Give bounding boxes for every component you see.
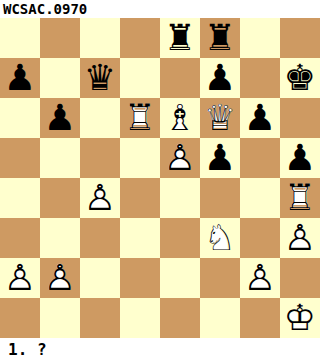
black-rook: ♜: [200, 18, 240, 58]
square-b6[interactable]: ♟: [40, 98, 80, 138]
square-a1[interactable]: [0, 298, 40, 338]
square-b5[interactable]: [40, 138, 80, 178]
black-pawn-icon: ♟: [200, 58, 240, 98]
white-king: ♚♔: [280, 298, 320, 338]
square-g3[interactable]: [240, 218, 280, 258]
square-e1[interactable]: [160, 298, 200, 338]
square-e6[interactable]: ♝♗: [160, 98, 200, 138]
black-queen: ♛: [80, 58, 120, 98]
square-d1[interactable]: [120, 298, 160, 338]
black-pawn-icon: ♟: [0, 58, 40, 98]
square-d4[interactable]: [120, 178, 160, 218]
square-a7[interactable]: ♟: [0, 58, 40, 98]
square-b1[interactable]: [40, 298, 80, 338]
black-queen-icon: ♛: [80, 58, 120, 98]
square-c4[interactable]: ♟♙: [80, 178, 120, 218]
square-a5[interactable]: [0, 138, 40, 178]
square-h6[interactable]: [280, 98, 320, 138]
chess-board: ♜♜♟♛♟♚♟♜♖♝♗♛♕♟♟♙♟♟♟♙♜♖♞♘♟♙♟♙♟♙♟♙♚♔: [0, 18, 320, 338]
black-rook: ♜: [160, 18, 200, 58]
square-e3[interactable]: [160, 218, 200, 258]
square-a3[interactable]: [0, 218, 40, 258]
square-c7[interactable]: ♛: [80, 58, 120, 98]
square-f8[interactable]: ♜: [200, 18, 240, 58]
black-pawn-icon: ♟: [40, 98, 80, 138]
square-c5[interactable]: [80, 138, 120, 178]
white-pawn-icon: ♙: [280, 218, 320, 258]
square-h3[interactable]: ♟♙: [280, 218, 320, 258]
square-g7[interactable]: [240, 58, 280, 98]
white-rook-icon: ♖: [280, 178, 320, 218]
white-bishop-icon: ♗: [160, 98, 200, 138]
puzzle-id-title: WCSAC.0970: [3, 1, 87, 17]
white-pawn: ♟♙: [0, 258, 40, 298]
white-rook-icon: ♖: [120, 98, 160, 138]
square-d3[interactable]: [120, 218, 160, 258]
square-h5[interactable]: ♟: [280, 138, 320, 178]
white-pawn: ♟♙: [240, 258, 280, 298]
header-bar: WCSAC.0970: [0, 0, 320, 18]
square-f3[interactable]: ♞♘: [200, 218, 240, 258]
white-pawn: ♟♙: [80, 178, 120, 218]
square-c1[interactable]: [80, 298, 120, 338]
square-f5[interactable]: ♟: [200, 138, 240, 178]
square-e5[interactable]: ♟♙: [160, 138, 200, 178]
black-rook-icon: ♜: [160, 18, 200, 58]
square-c8[interactable]: [80, 18, 120, 58]
black-pawn: ♟: [240, 98, 280, 138]
square-h7[interactable]: ♚: [280, 58, 320, 98]
square-e8[interactable]: ♜: [160, 18, 200, 58]
square-g6[interactable]: ♟: [240, 98, 280, 138]
white-pawn-icon: ♙: [0, 258, 40, 298]
square-e2[interactable]: [160, 258, 200, 298]
square-g5[interactable]: [240, 138, 280, 178]
square-c6[interactable]: [80, 98, 120, 138]
square-c3[interactable]: [80, 218, 120, 258]
white-pawn: ♟♙: [160, 138, 200, 178]
white-rook: ♜♖: [280, 178, 320, 218]
black-king-icon: ♚: [280, 58, 320, 98]
move-prompt: 1. ?: [8, 340, 47, 359]
square-d7[interactable]: [120, 58, 160, 98]
black-pawn: ♟: [200, 138, 240, 178]
square-g2[interactable]: ♟♙: [240, 258, 280, 298]
white-bishop: ♝♗: [160, 98, 200, 138]
white-pawn: ♟♙: [40, 258, 80, 298]
black-pawn: ♟: [0, 58, 40, 98]
square-a4[interactable]: [0, 178, 40, 218]
square-f2[interactable]: [200, 258, 240, 298]
footer-bar: 1. ?: [0, 338, 320, 360]
square-b2[interactable]: ♟♙: [40, 258, 80, 298]
white-pawn-icon: ♙: [40, 258, 80, 298]
square-f6[interactable]: ♛♕: [200, 98, 240, 138]
square-e4[interactable]: [160, 178, 200, 218]
square-g8[interactable]: [240, 18, 280, 58]
square-g4[interactable]: [240, 178, 280, 218]
white-rook: ♜♖: [120, 98, 160, 138]
square-b4[interactable]: [40, 178, 80, 218]
square-h2[interactable]: [280, 258, 320, 298]
square-c2[interactable]: [80, 258, 120, 298]
square-f7[interactable]: ♟: [200, 58, 240, 98]
square-h4[interactable]: ♜♖: [280, 178, 320, 218]
white-pawn-icon: ♙: [160, 138, 200, 178]
square-f1[interactable]: [200, 298, 240, 338]
black-pawn: ♟: [40, 98, 80, 138]
square-b8[interactable]: [40, 18, 80, 58]
black-pawn-icon: ♟: [280, 138, 320, 178]
square-a6[interactable]: [0, 98, 40, 138]
black-rook-icon: ♜: [200, 18, 240, 58]
white-pawn: ♟♙: [280, 218, 320, 258]
white-knight: ♞♘: [200, 218, 240, 258]
square-h1[interactable]: ♚♔: [280, 298, 320, 338]
black-king: ♚: [280, 58, 320, 98]
square-g1[interactable]: [240, 298, 280, 338]
black-pawn-icon: ♟: [240, 98, 280, 138]
square-e7[interactable]: [160, 58, 200, 98]
white-pawn-icon: ♙: [240, 258, 280, 298]
white-knight-icon: ♘: [200, 218, 240, 258]
white-queen-icon: ♕: [200, 98, 240, 138]
white-pawn-icon: ♙: [80, 178, 120, 218]
white-queen: ♛♕: [200, 98, 240, 138]
square-b3[interactable]: [40, 218, 80, 258]
square-d2[interactable]: [120, 258, 160, 298]
square-d8[interactable]: [120, 18, 160, 58]
black-pawn: ♟: [280, 138, 320, 178]
square-d6[interactable]: ♜♖: [120, 98, 160, 138]
square-a8[interactable]: [0, 18, 40, 58]
square-f4[interactable]: [200, 178, 240, 218]
square-a2[interactable]: ♟♙: [0, 258, 40, 298]
black-pawn: ♟: [200, 58, 240, 98]
square-h8[interactable]: [280, 18, 320, 58]
black-pawn-icon: ♟: [200, 138, 240, 178]
square-d5[interactable]: [120, 138, 160, 178]
square-b7[interactable]: [40, 58, 80, 98]
white-king-icon: ♔: [280, 298, 320, 338]
